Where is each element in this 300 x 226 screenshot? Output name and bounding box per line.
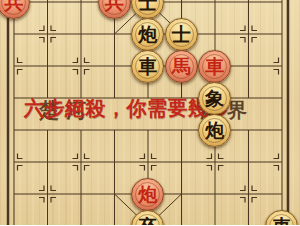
piece-red-horse[interactable]: 馬 bbox=[165, 50, 198, 83]
piece-black-advisor[interactable]: 士 bbox=[131, 0, 164, 19]
xiangqi-board: 楚河 漢界 六步絕殺，你需要幾步 兵兵士炮士車馬車象炮炮卒車 bbox=[0, 0, 300, 225]
piece-black-cannon[interactable]: 炮 bbox=[131, 18, 164, 51]
piece-red-chariot[interactable]: 車 bbox=[198, 50, 231, 83]
piece-black-soldier[interactable]: 卒 bbox=[131, 210, 164, 226]
piece-grid: 兵兵士炮士車馬車象炮炮卒車 bbox=[0, 0, 299, 225]
piece-red-soldier[interactable]: 兵 bbox=[0, 0, 30, 19]
piece-black-chariot[interactable]: 車 bbox=[265, 210, 298, 226]
piece-red-cannon[interactable]: 炮 bbox=[131, 178, 164, 211]
piece-black-cannon[interactable]: 炮 bbox=[198, 114, 231, 147]
piece-black-chariot[interactable]: 車 bbox=[131, 50, 164, 83]
piece-red-soldier[interactable]: 兵 bbox=[98, 0, 131, 19]
piece-black-elephant[interactable]: 象 bbox=[198, 82, 231, 115]
piece-black-advisor[interactable]: 士 bbox=[165, 18, 198, 51]
